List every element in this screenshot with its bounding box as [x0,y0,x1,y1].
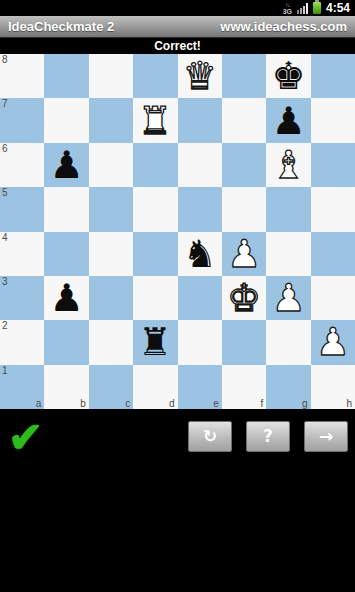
piece-white-pawn[interactable]: ♟ [316,320,350,364]
square-e7[interactable] [178,98,222,142]
rank-label-5: 5 [2,187,8,198]
square-d4[interactable] [133,232,177,276]
app-title: IdeaCheckmate 2 [8,19,114,34]
square-f5[interactable] [222,187,266,231]
square-h7[interactable] [311,98,355,142]
square-f8[interactable] [222,54,266,98]
square-b8[interactable] [44,54,88,98]
square-a3[interactable]: 3 [0,276,44,320]
square-c6[interactable] [89,143,133,187]
square-g2[interactable] [266,320,310,364]
rank-label-2: 2 [2,320,8,331]
square-d6[interactable] [133,143,177,187]
square-e1[interactable]: e [178,365,222,409]
file-label-h: h [346,398,352,409]
rank-label-4: 4 [2,232,8,243]
retry-button[interactable]: ↻ [188,421,232,452]
square-d1[interactable]: d [133,365,177,409]
square-h1[interactable]: h [311,365,355,409]
square-e6[interactable] [178,143,222,187]
rank-label-8: 8 [2,54,8,65]
square-e8[interactable]: ♛ [178,54,222,98]
square-a4[interactable]: 4 [0,232,44,276]
rank-label-7: 7 [2,98,8,109]
square-e4[interactable]: ♞ [178,232,222,276]
square-a1[interactable]: 1a [0,365,44,409]
bottom-toolbar: ✔ ↻ ? → [0,409,355,592]
piece-black-knight[interactable]: ♞ [183,232,217,276]
square-c4[interactable] [89,232,133,276]
arrow-right-icon: → [319,428,333,445]
chess-board[interactable]: 8♛♚7♜♟6♟♝54♞♟3♟♚♟2♜♟1abcdefgh [0,54,355,409]
file-label-e: e [213,398,219,409]
square-h3[interactable] [311,276,355,320]
square-b1[interactable]: b [44,365,88,409]
result-message: Correct! [154,39,201,53]
rank-label-1: 1 [2,365,8,376]
square-g6[interactable]: ♝ [266,143,310,187]
square-d8[interactable] [133,54,177,98]
help-button[interactable]: ? [246,421,290,452]
square-b7[interactable] [44,98,88,142]
square-c8[interactable] [89,54,133,98]
website-label: www.ideachess.com [220,19,347,34]
square-b3[interactable]: ♟ [44,276,88,320]
piece-black-pawn[interactable]: ♟ [50,143,84,187]
message-bar: Correct! [0,38,355,54]
file-label-b: b [80,398,86,409]
square-a2[interactable]: 2 [0,320,44,364]
square-d3[interactable] [133,276,177,320]
title-bar: IdeaCheckmate 2 www.ideachess.com [0,16,355,38]
square-g3[interactable]: ♟ [266,276,310,320]
square-f1[interactable]: f [222,365,266,409]
mobile-data-3g-icon: ↑↓ 3G [283,2,292,15]
square-c5[interactable] [89,187,133,231]
square-f4[interactable]: ♟ [222,232,266,276]
piece-white-pawn[interactable]: ♟ [271,276,305,320]
signal-strength-icon [297,3,308,14]
square-d2[interactable]: ♜ [133,320,177,364]
piece-black-pawn[interactable]: ♟ [50,276,84,320]
square-f3[interactable]: ♚ [222,276,266,320]
file-label-c: c [125,398,130,409]
square-c3[interactable] [89,276,133,320]
piece-white-king[interactable]: ♚ [227,276,261,320]
square-d5[interactable] [133,187,177,231]
square-a5[interactable]: 5 [0,187,44,231]
square-b2[interactable] [44,320,88,364]
next-button[interactable]: → [304,421,348,452]
square-g8[interactable]: ♚ [266,54,310,98]
square-f2[interactable] [222,320,266,364]
square-c1[interactable]: c [89,365,133,409]
square-g7[interactable]: ♟ [266,98,310,142]
square-g5[interactable] [266,187,310,231]
square-f7[interactable] [222,98,266,142]
piece-white-pawn[interactable]: ♟ [227,232,261,276]
square-f6[interactable] [222,143,266,187]
rank-label-3: 3 [2,276,8,287]
status-clock: 4:54 [326,1,350,15]
piece-black-pawn[interactable]: ♟ [271,99,305,143]
correct-checkmark-icon: ✔ [8,417,43,459]
piece-white-bishop[interactable]: ♝ [271,143,305,187]
square-g1[interactable]: g [266,365,310,409]
square-e3[interactable] [178,276,222,320]
square-b5[interactable] [44,187,88,231]
square-g4[interactable] [266,232,310,276]
app-screen: ↑↓ 3G 4:54 IdeaCheckmate 2 www.ideachess… [0,0,355,592]
square-h8[interactable] [311,54,355,98]
square-h6[interactable] [311,143,355,187]
file-label-a: a [36,398,42,409]
square-c2[interactable] [89,320,133,364]
square-h2[interactable]: ♟ [311,320,355,364]
question-mark-icon: ? [263,428,273,445]
square-a7[interactable]: 7 [0,98,44,142]
file-label-d: d [169,398,175,409]
android-status-bar: ↑↓ 3G 4:54 [0,0,355,16]
rank-label-6: 6 [2,143,8,154]
file-label-g: g [302,398,308,409]
square-h5[interactable] [311,187,355,231]
square-e2[interactable] [178,320,222,364]
square-b6[interactable]: ♟ [44,143,88,187]
square-e5[interactable] [178,187,222,231]
square-c7[interactable] [89,98,133,142]
piece-black-rook[interactable]: ♜ [138,320,172,364]
piece-black-king[interactable]: ♚ [271,54,305,98]
battery-icon [313,2,321,14]
network-type-label: 3G [283,8,292,15]
square-h4[interactable] [311,232,355,276]
toolbar-buttons: ↻ ? → [188,417,348,452]
square-a6[interactable]: 6 [0,143,44,187]
piece-white-rook[interactable]: ♜ [138,99,172,143]
piece-white-queen[interactable]: ♛ [183,54,217,98]
refresh-icon: ↻ [203,428,217,445]
square-b4[interactable] [44,232,88,276]
square-a8[interactable]: 8 [0,54,44,98]
file-label-f: f [260,398,263,409]
square-d7[interactable]: ♜ [133,98,177,142]
